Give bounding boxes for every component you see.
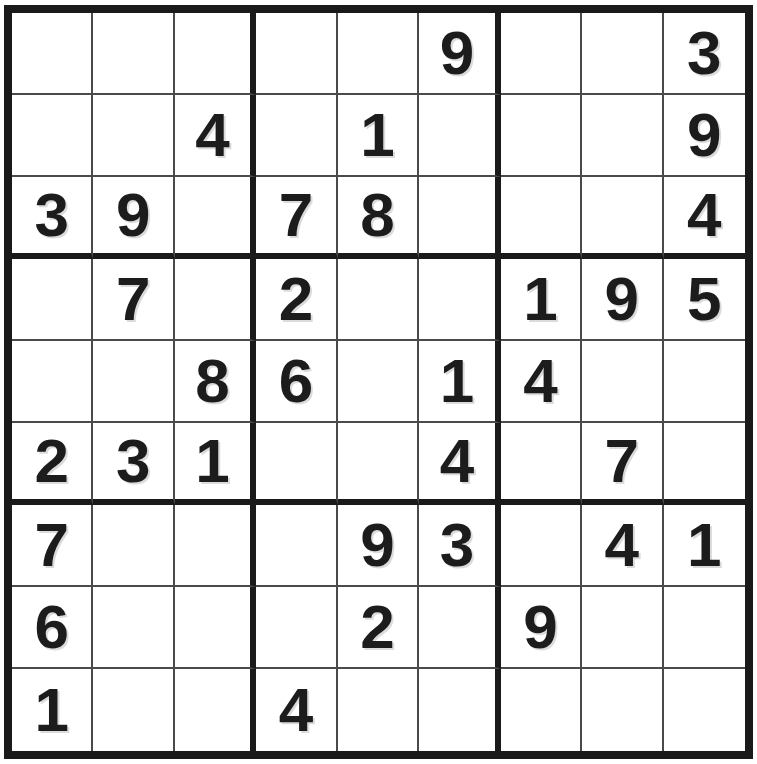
cell-r3c4[interactable]: 7 [256,177,337,259]
given-digit: 9 [440,22,474,84]
cell-r4c1[interactable] [12,259,93,341]
cell-r9c3[interactable] [175,669,256,751]
cell-r3c6[interactable] [419,177,500,259]
cell-r7c2[interactable] [93,505,174,587]
cell-r2c4[interactable] [256,95,337,177]
cell-r2c1[interactable] [12,95,93,177]
given-digit: 1 [195,430,229,492]
cell-r2c6[interactable] [419,95,500,177]
given-digit: 9 [360,514,394,576]
given-digit: 7 [116,268,150,330]
given-digit: 1 [440,350,474,412]
given-digit: 2 [34,430,68,492]
cell-r1c9[interactable]: 3 [664,13,745,95]
cell-r6c4[interactable] [256,423,337,505]
cell-r9c2[interactable] [93,669,174,751]
cell-r4c3[interactable] [175,259,256,341]
cell-r8c1[interactable]: 6 [12,587,93,669]
cell-r6c8[interactable]: 7 [582,423,663,505]
cell-r5c4[interactable]: 6 [256,341,337,423]
given-digit: 1 [34,679,68,741]
cell-r6c6[interactable]: 4 [419,423,500,505]
cell-r6c2[interactable]: 3 [93,423,174,505]
cell-r3c3[interactable] [175,177,256,259]
given-digit: 3 [440,514,474,576]
cell-r6c7[interactable] [501,423,582,505]
given-digit: 2 [279,268,313,330]
given-digit: 7 [605,430,639,492]
cell-r8c4[interactable] [256,587,337,669]
cell-r5c2[interactable] [93,341,174,423]
cell-r4c4[interactable]: 2 [256,259,337,341]
cell-r2c9[interactable]: 9 [664,95,745,177]
cell-r4c6[interactable] [419,259,500,341]
cell-r7c6[interactable]: 3 [419,505,500,587]
cell-r9c1[interactable]: 1 [12,669,93,751]
cell-r2c3[interactable]: 4 [175,95,256,177]
given-digit: 7 [279,184,313,246]
given-digit: 4 [523,350,557,412]
given-digit: 8 [360,184,394,246]
cell-r6c9[interactable] [664,423,745,505]
given-digit: 3 [116,430,150,492]
cell-r4c7[interactable]: 1 [501,259,582,341]
cell-r3c2[interactable]: 9 [93,177,174,259]
cell-r4c8[interactable]: 9 [582,259,663,341]
given-digit: 4 [279,679,313,741]
given-digit: 3 [34,184,68,246]
given-digit: 7 [34,514,68,576]
given-digit: 4 [440,430,474,492]
cell-r9c8[interactable] [582,669,663,751]
given-digit: 9 [687,104,721,166]
cell-r5c8[interactable] [582,341,663,423]
given-digit: 5 [687,268,721,330]
given-digit: 4 [687,184,721,246]
cell-r7c9[interactable]: 1 [664,505,745,587]
given-digit: 4 [605,514,639,576]
cell-r5c3[interactable]: 8 [175,341,256,423]
given-digit: 2 [360,596,394,658]
cell-r4c9[interactable]: 5 [664,259,745,341]
cell-r1c5[interactable] [338,13,419,95]
given-digit: 8 [195,350,229,412]
sudoku-board: 9341939784721958614231477934162914 [4,5,753,759]
cell-r2c7[interactable] [501,95,582,177]
cell-r2c5[interactable]: 1 [338,95,419,177]
given-digit: 6 [34,596,68,658]
cell-r7c5[interactable]: 9 [338,505,419,587]
given-digit: 9 [116,184,150,246]
cell-r4c5[interactable] [338,259,419,341]
cell-r5c9[interactable] [664,341,745,423]
given-digit: 9 [605,268,639,330]
cell-r3c5[interactable]: 8 [338,177,419,259]
cell-r3c9[interactable]: 4 [664,177,745,259]
cell-r3c1[interactable]: 3 [12,177,93,259]
cell-r3c7[interactable] [501,177,582,259]
given-digit: 1 [687,514,721,576]
cell-r6c3[interactable]: 1 [175,423,256,505]
cell-r5c7[interactable]: 4 [501,341,582,423]
given-digit: 1 [523,268,557,330]
cell-r1c7[interactable] [501,13,582,95]
cell-r6c1[interactable]: 2 [12,423,93,505]
cell-r9c6[interactable] [419,669,500,751]
cell-r9c5[interactable] [338,669,419,751]
cell-r8c8[interactable] [582,587,663,669]
cell-r8c5[interactable]: 2 [338,587,419,669]
cell-r9c9[interactable] [664,669,745,751]
cell-r1c4[interactable] [256,13,337,95]
cell-r8c9[interactable] [664,587,745,669]
cell-r7c1[interactable]: 7 [12,505,93,587]
cell-r7c3[interactable] [175,505,256,587]
cell-r9c7[interactable] [501,669,582,751]
given-digit: 9 [523,596,557,658]
given-digit: 1 [360,104,394,166]
cell-r5c1[interactable] [12,341,93,423]
cell-r6c5[interactable] [338,423,419,505]
given-digit: 4 [195,104,229,166]
cell-r5c5[interactable] [338,341,419,423]
cell-r8c2[interactable] [93,587,174,669]
cell-r7c4[interactable] [256,505,337,587]
cell-r1c2[interactable] [93,13,174,95]
cell-r5c6[interactable]: 1 [419,341,500,423]
cell-r7c8[interactable]: 4 [582,505,663,587]
cell-r1c1[interactable] [12,13,93,95]
cell-r8c3[interactable] [175,587,256,669]
given-digit: 6 [279,350,313,412]
cell-r1c3[interactable] [175,13,256,95]
cell-r8c7[interactable]: 9 [501,587,582,669]
cell-r3c8[interactable] [582,177,663,259]
cell-r7c7[interactable] [501,505,582,587]
cell-r4c2[interactable]: 7 [93,259,174,341]
given-digit: 3 [687,22,721,84]
cell-r9c4[interactable]: 4 [256,669,337,751]
cell-r1c8[interactable] [582,13,663,95]
cell-r2c8[interactable] [582,95,663,177]
cell-r1c6[interactable]: 9 [419,13,500,95]
cell-r8c6[interactable] [419,587,500,669]
cell-r2c2[interactable] [93,95,174,177]
